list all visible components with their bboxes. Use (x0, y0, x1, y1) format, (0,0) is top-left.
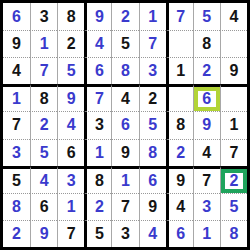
cell-r9c6[interactable]: 4 (139, 220, 166, 247)
cell-r3c6[interactable]: 3 (139, 57, 166, 84)
cell-r5c5[interactable]: 6 (111, 111, 138, 138)
cell-r5c2[interactable]: 2 (30, 111, 57, 138)
cell-r1c1[interactable]: 6 (3, 3, 30, 30)
cell-r4c4[interactable]: 7 (84, 84, 111, 111)
cell-r1c6[interactable]: 1 (139, 3, 166, 30)
cell-r9c2[interactable]: 9 (30, 220, 57, 247)
cell-r3c7[interactable]: 1 (166, 57, 193, 84)
cell-r5c4[interactable]: 3 (84, 111, 111, 138)
cell-r7c3[interactable]: 3 (57, 166, 84, 193)
cell-r8c2[interactable]: 6 (30, 193, 57, 220)
cell-r8c1[interactable]: 8 (3, 193, 30, 220)
cell-r3c1[interactable]: 4 (3, 57, 30, 84)
cell-r8c4[interactable]: 2 (84, 193, 111, 220)
cell-r3c2[interactable]: 7 (30, 57, 57, 84)
cell-r7c9[interactable]: 2 (220, 166, 247, 193)
cell-r2c6[interactable]: 7 (139, 30, 166, 57)
cell-r3c9[interactable]: 9 (220, 57, 247, 84)
cell-r3c3[interactable]: 5 (57, 57, 84, 84)
cell-r9c4[interactable]: 5 (84, 220, 111, 247)
cell-r7c8[interactable]: 7 (193, 166, 220, 193)
cell-r4c1[interactable]: 1 (3, 84, 30, 111)
cell-r9c3[interactable]: 7 (57, 220, 84, 247)
cell-r6c4[interactable]: 1 (84, 139, 111, 166)
cell-r5c9[interactable]: 1 (220, 111, 247, 138)
cell-r7c1[interactable]: 5 (3, 166, 30, 193)
cell-r2c5[interactable]: 5 (111, 30, 138, 57)
cell-r7c6[interactable]: 6 (139, 166, 166, 193)
cell-r2c8[interactable]: 8 (193, 30, 220, 57)
cell-r9c1[interactable]: 2 (3, 220, 30, 247)
cell-r2c7[interactable] (166, 30, 193, 57)
cell-r6c8[interactable]: 4 (193, 139, 220, 166)
cell-r1c4[interactable]: 9 (84, 3, 111, 30)
cell-r8c7[interactable]: 4 (166, 193, 193, 220)
cell-r1c5[interactable]: 2 (111, 3, 138, 30)
cell-r7c7[interactable]: 9 (166, 166, 193, 193)
cell-r4c5[interactable]: 4 (111, 84, 138, 111)
cell-r2c4[interactable]: 4 (84, 30, 111, 57)
cell-r5c8[interactable]: 9 (193, 111, 220, 138)
cell-r9c7[interactable]: 6 (166, 220, 193, 247)
cell-r1c3[interactable]: 8 (57, 3, 84, 30)
cell-r9c8[interactable]: 1 (193, 220, 220, 247)
cell-r1c2[interactable]: 3 (30, 3, 57, 30)
cell-r4c9[interactable] (220, 84, 247, 111)
cell-r8c9[interactable]: 5 (220, 193, 247, 220)
cell-r5c7[interactable]: 8 (166, 111, 193, 138)
cell-r8c5[interactable]: 7 (111, 193, 138, 220)
cell-r6c3[interactable]: 6 (57, 139, 84, 166)
cell-r2c3[interactable]: 2 (57, 30, 84, 57)
cell-r4c6[interactable]: 2 (139, 84, 166, 111)
cell-r3c8[interactable]: 2 (193, 57, 220, 84)
cell-r6c7[interactable]: 2 (166, 139, 193, 166)
cell-r5c1[interactable]: 7 (3, 111, 30, 138)
cell-r8c8[interactable]: 3 (193, 193, 220, 220)
cell-r1c9[interactable]: 4 (220, 3, 247, 30)
cell-r3c5[interactable]: 8 (111, 57, 138, 84)
cell-r2c9[interactable] (220, 30, 247, 57)
cell-r9c9[interactable]: 8 (220, 220, 247, 247)
cell-r6c5[interactable]: 9 (111, 139, 138, 166)
cell-r7c5[interactable]: 1 (111, 166, 138, 193)
cell-r2c1[interactable]: 9 (3, 30, 30, 57)
cell-r4c8[interactable]: 6 (193, 84, 220, 111)
cell-r6c6[interactable]: 8 (139, 139, 166, 166)
cell-r1c7[interactable]: 7 (166, 3, 193, 30)
cell-r4c3[interactable]: 9 (57, 84, 84, 111)
cell-r9c5[interactable]: 3 (111, 220, 138, 247)
sudoku-board: 6389217549124578475683129189742672436589… (0, 0, 250, 250)
cell-r4c2[interactable]: 8 (30, 84, 57, 111)
cell-r5c3[interactable]: 4 (57, 111, 84, 138)
cell-r7c4[interactable]: 8 (84, 166, 111, 193)
cell-r6c1[interactable]: 3 (3, 139, 30, 166)
cell-r7c2[interactable]: 4 (30, 166, 57, 193)
cell-r8c6[interactable]: 9 (139, 193, 166, 220)
cell-r6c2[interactable]: 5 (30, 139, 57, 166)
cell-r2c2[interactable]: 1 (30, 30, 57, 57)
cell-r6c9[interactable]: 7 (220, 139, 247, 166)
cell-r1c8[interactable]: 5 (193, 3, 220, 30)
cell-r4c7[interactable] (166, 84, 193, 111)
cell-r3c4[interactable]: 6 (84, 57, 111, 84)
cell-r8c3[interactable]: 1 (57, 193, 84, 220)
cell-r5c6[interactable]: 5 (139, 111, 166, 138)
